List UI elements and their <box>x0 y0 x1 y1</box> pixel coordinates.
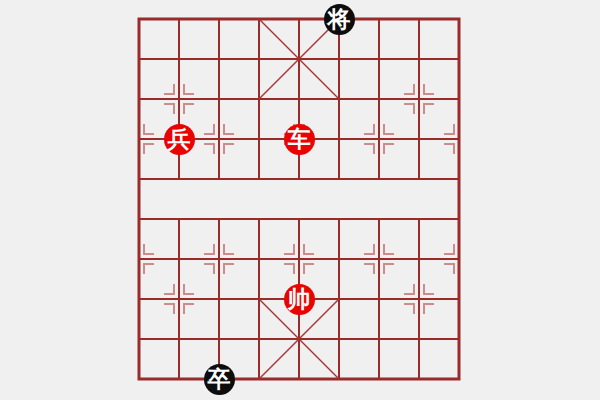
piece-label: 兵 <box>168 128 191 151</box>
piece-red-soldier[interactable]: 兵 <box>164 124 195 155</box>
pieces-layer: 将兵车帅卒 <box>119 0 479 399</box>
piece-label: 卒 <box>208 368 231 391</box>
piece-black-soldier[interactable]: 卒 <box>204 364 235 395</box>
piece-label: 将 <box>328 8 351 31</box>
piece-black-general[interactable]: 将 <box>324 4 355 35</box>
xiangqi-board: 将兵车帅卒 <box>0 0 600 400</box>
piece-red-general[interactable]: 帅 <box>284 284 315 315</box>
piece-label: 车 <box>288 128 311 151</box>
piece-red-chariot[interactable]: 车 <box>284 124 315 155</box>
piece-label: 帅 <box>288 288 311 311</box>
